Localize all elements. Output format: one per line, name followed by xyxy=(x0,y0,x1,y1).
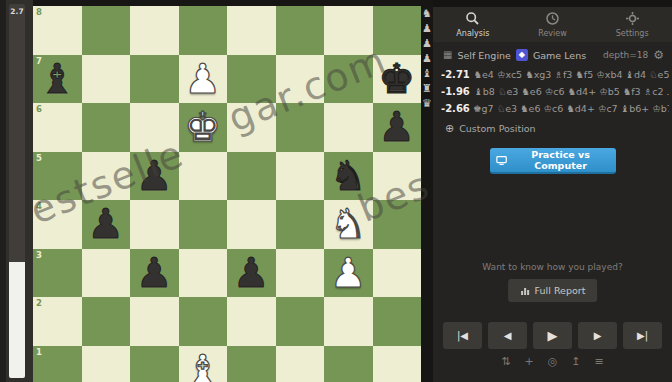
chess-board: 87♝♟♚6♚♟5♟♞4♟♞3♟♟♟21abcd♝efgh xyxy=(33,6,421,382)
square-g8[interactable] xyxy=(324,6,373,55)
rank-label-2: 2 xyxy=(36,299,42,308)
engine-label[interactable]: Self Engine xyxy=(457,50,510,61)
square-c3[interactable]: ♟ xyxy=(130,249,179,298)
line-eval: -2.71 xyxy=(441,69,468,80)
custom-position-link[interactable]: ⊕ Custom Position xyxy=(445,122,536,135)
playback-controls: |◀ ◀ ▶ ▶ ▶| xyxy=(433,322,672,349)
square-e3[interactable]: ♟ xyxy=(227,249,276,298)
black-knight-g5[interactable]: ♞ xyxy=(324,152,373,200)
line-moves: ♚g7 ♘e3 ♞e6 ♔c6 ♞d4+ ♔c7 ♝b6+ ♔b7 .. xyxy=(473,103,669,114)
panel-tabs: Analysis Review Settings xyxy=(433,0,672,42)
square-c5[interactable]: ♟ xyxy=(130,152,179,201)
captured-piece: ♜ xyxy=(421,81,433,96)
square-g4[interactable]: ♞ xyxy=(324,200,373,249)
square-b1[interactable]: b xyxy=(82,346,131,382)
square-b4[interactable]: ♟ xyxy=(82,200,131,249)
engine-line-1[interactable]: -2.71♞e4 ♔xc5 ♞xg3 ♗f3 ♞f5 ♔xb4 ♝d4 ♘e5 … xyxy=(441,66,669,83)
square-d2[interactable] xyxy=(179,297,228,346)
analysis-page: 2.7 87♝♟♚6♚♟5♟♞4♟♞3♟♟♟21abcd♝efgh estsel… xyxy=(0,0,672,382)
square-a2[interactable]: 2 xyxy=(33,297,82,346)
evaluation-bar-white xyxy=(9,262,25,378)
square-h4[interactable] xyxy=(373,200,422,249)
captured-piece: ♞ xyxy=(421,6,433,21)
square-c6[interactable] xyxy=(130,103,179,152)
engine-icon: ▦ xyxy=(443,50,452,60)
clock-icon xyxy=(545,11,560,26)
square-f8[interactable] xyxy=(276,6,325,55)
white-pawn-g3[interactable]: ♟ xyxy=(324,249,373,297)
square-h6[interactable]: ♟ xyxy=(373,103,422,152)
square-f4[interactable] xyxy=(276,200,325,249)
square-b8[interactable] xyxy=(82,6,131,55)
square-g2[interactable] xyxy=(324,297,373,346)
game-lens-icon[interactable]: ◆ xyxy=(516,49,528,61)
tab-review[interactable]: Review xyxy=(513,7,593,42)
square-h5[interactable] xyxy=(373,152,422,201)
captured-piece: ♝ xyxy=(421,66,433,81)
captured-piece: ♟ xyxy=(421,21,433,36)
square-c8[interactable] xyxy=(130,6,179,55)
white-king-d6[interactable]: ♚ xyxy=(179,103,228,151)
tab-analysis-label: Analysis xyxy=(456,29,489,38)
magnifier-icon xyxy=(465,11,480,26)
rank-label-8: 8 xyxy=(36,8,42,17)
line-moves: ♝b8 ♘e3 ♞e6 ♔c6 ♞d4+ ♔b5 ♞f3 ♗c2 .. xyxy=(474,86,669,97)
rank-label-4: 4 xyxy=(36,202,42,211)
square-e8[interactable] xyxy=(227,6,276,55)
evaluation-bar: 2.7 xyxy=(9,4,25,378)
square-g3[interactable]: ♟ xyxy=(324,249,373,298)
next-move-button[interactable]: ▶ xyxy=(578,322,617,349)
captured-piece: ♟ xyxy=(421,51,433,66)
square-f5[interactable] xyxy=(276,152,325,201)
square-f3[interactable] xyxy=(276,249,325,298)
square-b7[interactable] xyxy=(82,55,131,104)
square-b5[interactable] xyxy=(82,152,131,201)
square-h2[interactable] xyxy=(373,297,422,346)
square-g1[interactable]: g xyxy=(324,346,373,382)
gear-icon xyxy=(625,11,640,26)
square-a4[interactable]: 4 xyxy=(33,200,82,249)
tab-review-label: Review xyxy=(538,29,567,38)
line-eval: -1.96 xyxy=(441,86,469,97)
square-b3[interactable] xyxy=(82,249,131,298)
rank-label-3: 3 xyxy=(36,251,42,260)
square-d1[interactable]: d♝ xyxy=(179,346,228,382)
square-h7[interactable]: ♚ xyxy=(373,55,422,104)
play-button[interactable]: ▶ xyxy=(533,322,572,349)
square-f7[interactable] xyxy=(276,55,325,104)
white-bishop-d1[interactable]: ♝ xyxy=(179,346,228,382)
black-king-h7[interactable]: ♚ xyxy=(373,55,422,103)
engine-line-3[interactable]: -2.66♚g7 ♘e3 ♞e6 ♔c6 ♞d4+ ♔c7 ♝b6+ ♔b7 .… xyxy=(441,100,669,117)
last-move-button[interactable]: ▶| xyxy=(623,322,662,349)
engine-lines: -2.71♞e4 ♔xc5 ♞xg3 ♗f3 ♞f5 ♔xb4 ♝d4 ♘e5 … xyxy=(441,66,669,117)
report-prompt: Want to know how you played? xyxy=(433,262,672,272)
square-f2[interactable] xyxy=(276,297,325,346)
square-c4[interactable] xyxy=(130,200,179,249)
square-a1[interactable]: 1a xyxy=(33,346,82,382)
square-h3[interactable] xyxy=(373,249,422,298)
white-pawn-d7[interactable]: ♟ xyxy=(179,55,228,103)
tab-settings[interactable]: Settings xyxy=(592,7,672,42)
practice-button-label: Practice vs Computer xyxy=(512,149,610,171)
square-d4[interactable] xyxy=(179,200,228,249)
square-e2[interactable] xyxy=(227,297,276,346)
square-g7[interactable] xyxy=(324,55,373,104)
square-g6[interactable] xyxy=(324,103,373,152)
full-report-label: Full Report xyxy=(535,285,586,296)
square-f1[interactable]: f xyxy=(276,346,325,382)
square-e5[interactable] xyxy=(227,152,276,201)
flip-board-icon[interactable]: ⇅ xyxy=(501,355,510,368)
square-c2[interactable] xyxy=(130,297,179,346)
engine-gear-icon[interactable]: ⚙ xyxy=(653,49,664,61)
square-d3[interactable] xyxy=(179,249,228,298)
black-pawn-b4[interactable]: ♟ xyxy=(82,200,131,248)
upload-icon[interactable]: ↥ xyxy=(571,355,580,368)
square-d7[interactable]: ♟ xyxy=(179,55,228,104)
rank-label-1: 1 xyxy=(36,348,42,357)
menu-icon[interactable]: ≡ xyxy=(595,355,604,368)
square-b6[interactable] xyxy=(82,103,131,152)
analysis-panel: Analysis Review Settings xyxy=(433,0,672,382)
square-b2[interactable] xyxy=(82,297,131,346)
square-a7[interactable]: 7♝ xyxy=(33,55,82,104)
left-rail: 2.7 xyxy=(0,0,33,382)
engine-settings-row: ▦ Self Engine ◆ Game Lens depth=18 ⚙ xyxy=(443,48,664,62)
square-a3[interactable]: 3 xyxy=(33,249,82,298)
captured-pieces-tray: ♞♟♟♟♝♜♛ xyxy=(421,0,433,382)
depth-label: depth=18 xyxy=(603,50,648,60)
rank-label-6: 6 xyxy=(36,105,42,114)
square-d5[interactable] xyxy=(179,152,228,201)
rank-label-5: 5 xyxy=(36,154,42,163)
engine-line-2[interactable]: -1.96♝b8 ♘e3 ♞e6 ♔c6 ♞d4+ ♔b5 ♞f3 ♗c2 .. xyxy=(441,83,669,100)
black-pawn-h6[interactable]: ♟ xyxy=(373,103,422,151)
square-c7[interactable] xyxy=(130,55,179,104)
square-h1[interactable]: h xyxy=(373,346,422,382)
evaluation-score: 2.7 xyxy=(9,7,25,16)
custom-position-icon: ⊕ xyxy=(445,122,454,135)
square-e4[interactable] xyxy=(227,200,276,249)
square-g5[interactable]: ♞ xyxy=(324,152,373,201)
rank-label-7: 7 xyxy=(36,57,42,66)
computer-icon xyxy=(496,155,507,166)
square-e7[interactable] xyxy=(227,55,276,104)
square-a8[interactable]: 8 xyxy=(33,6,82,55)
tab-analysis[interactable]: Analysis xyxy=(433,7,513,42)
square-c1[interactable]: c xyxy=(130,346,179,382)
square-d8[interactable] xyxy=(179,6,228,55)
black-pawn-c3[interactable]: ♟ xyxy=(130,249,179,297)
captured-piece: ♟ xyxy=(421,36,433,51)
square-e6[interactable] xyxy=(227,103,276,152)
white-knight-g4[interactable]: ♞ xyxy=(324,200,373,248)
custom-position-label: Custom Position xyxy=(459,123,535,134)
square-e1[interactable]: e xyxy=(227,346,276,382)
square-h8[interactable] xyxy=(373,6,422,55)
line-eval: -2.66 xyxy=(441,103,468,114)
tab-settings-label: Settings xyxy=(616,29,649,38)
square-a5[interactable]: 5 xyxy=(33,152,82,201)
practice-vs-computer-button[interactable]: Practice vs Computer xyxy=(490,148,616,174)
rail-edge xyxy=(0,0,6,382)
board-tools-row: ⇅+◎↥≡ xyxy=(433,355,672,368)
report-chart-icon xyxy=(520,286,530,296)
first-move-button[interactable]: |◀ xyxy=(443,322,482,349)
target-icon[interactable]: ◎ xyxy=(548,355,558,368)
game-lens-label[interactable]: Game Lens xyxy=(533,50,586,61)
black-pawn-e3[interactable]: ♟ xyxy=(227,249,276,297)
previous-move-button[interactable]: ◀ xyxy=(488,322,527,349)
line-moves: ♞e4 ♔xc5 ♞xg3 ♗f3 ♞f5 ♔xb4 ♝d4 ♘e5 .. xyxy=(473,69,669,80)
black-pawn-c5[interactable]: ♟ xyxy=(130,152,179,200)
captured-piece: ♛ xyxy=(421,96,433,111)
add-icon[interactable]: + xyxy=(524,355,533,368)
square-d6[interactable]: ♚ xyxy=(179,103,228,152)
square-f6[interactable] xyxy=(276,103,325,152)
square-a6[interactable]: 6 xyxy=(33,103,82,152)
full-report-button[interactable]: Full Report xyxy=(508,279,598,302)
